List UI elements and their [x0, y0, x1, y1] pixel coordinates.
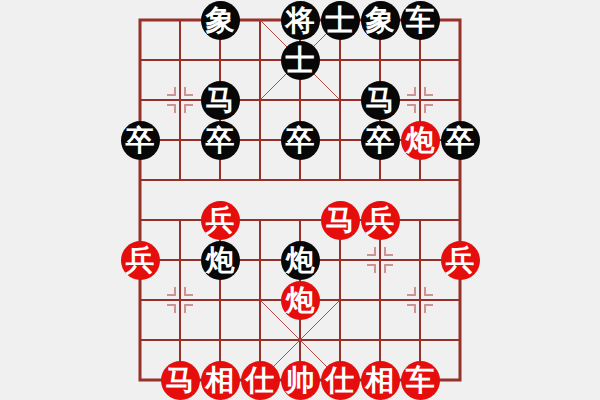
piece-black-soldier[interactable]: 卒 [281, 121, 320, 160]
piece-red-horse[interactable]: 马 [321, 201, 360, 240]
piece-black-elephant[interactable]: 象 [361, 1, 400, 40]
piece-black-advisor[interactable]: 士 [281, 41, 320, 80]
piece-red-soldier[interactable]: 兵 [361, 201, 400, 240]
pieces-layer: 象将士象车士马马卒卒卒卒炮卒兵马兵兵炮炮兵炮马相仕帅仕相车 [120, 0, 480, 400]
piece-black-cannon[interactable]: 炮 [281, 241, 320, 280]
piece-black-elephant[interactable]: 象 [201, 1, 240, 40]
piece-black-soldier[interactable]: 卒 [201, 121, 240, 160]
piece-black-chariot[interactable]: 车 [401, 1, 440, 40]
piece-red-soldier[interactable]: 兵 [441, 241, 480, 280]
piece-black-horse[interactable]: 马 [361, 81, 400, 120]
piece-black-soldier[interactable]: 卒 [121, 121, 160, 160]
piece-red-soldier[interactable]: 兵 [121, 241, 160, 280]
piece-red-elephant[interactable]: 相 [201, 361, 240, 400]
piece-red-cannon[interactable]: 炮 [281, 281, 320, 320]
piece-black-general[interactable]: 将 [281, 1, 320, 40]
piece-red-advisor[interactable]: 仕 [241, 361, 280, 400]
piece-red-chariot[interactable]: 车 [401, 361, 440, 400]
piece-red-elephant[interactable]: 相 [361, 361, 400, 400]
piece-red-advisor[interactable]: 仕 [321, 361, 360, 400]
piece-black-advisor[interactable]: 士 [321, 1, 360, 40]
piece-black-soldier[interactable]: 卒 [361, 121, 400, 160]
piece-black-horse[interactable]: 马 [201, 81, 240, 120]
piece-red-cannon[interactable]: 炮 [401, 121, 440, 160]
piece-red-soldier[interactable]: 兵 [201, 201, 240, 240]
piece-black-cannon[interactable]: 炮 [201, 241, 240, 280]
piece-black-soldier[interactable]: 卒 [441, 121, 480, 160]
xiangqi-board[interactable]: 象将士象车士马马卒卒卒卒炮卒兵马兵兵炮炮兵炮马相仕帅仕相车 [0, 0, 600, 400]
piece-red-general[interactable]: 帅 [281, 361, 320, 400]
piece-red-horse[interactable]: 马 [161, 361, 200, 400]
